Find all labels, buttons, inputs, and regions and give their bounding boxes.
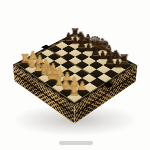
square [89,69,104,78]
product-photo: ♜♞♝♛♚♝♞♜♟♟♟♟♟♟♟♟♟♟♟♟♟♟♟♟♜♞♝♛♚♝♞♜ [0,0,150,150]
square [82,65,96,74]
piece-glyph: ♜ [61,84,87,97]
chess-board: ♜♞♝♛♚♝♞♜♟♟♟♟♟♟♟♟♟♟♟♟♟♟♟♟♜♞♝♛♚♝♞♜ [13,32,137,106]
square [97,74,112,83]
piece-glyph: ♟ [106,58,130,69]
watermark [59,141,93,145]
